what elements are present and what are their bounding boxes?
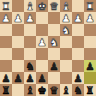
square-d3[interactable] <box>48 24 60 36</box>
square-c2[interactable]: ♟ <box>60 12 72 24</box>
piece-black-pawn[interactable]: ♟ <box>37 72 46 84</box>
square-a8[interactable]: ♜ <box>84 84 96 96</box>
piece-black-rook[interactable]: ♜ <box>85 84 94 96</box>
piece-black-pawn[interactable]: ♟ <box>73 72 82 84</box>
square-c6[interactable] <box>60 60 72 72</box>
square-b8[interactable]: ♞ <box>72 84 84 96</box>
square-c5[interactable] <box>60 48 72 60</box>
square-e5[interactable] <box>36 48 48 60</box>
square-a4[interactable] <box>84 36 96 48</box>
square-a3[interactable] <box>84 24 96 36</box>
square-c7[interactable] <box>60 72 72 84</box>
square-f5[interactable] <box>24 48 36 60</box>
piece-black-queen[interactable]: ♛ <box>49 84 58 96</box>
square-g8[interactable] <box>12 84 24 96</box>
square-f3[interactable] <box>24 24 36 36</box>
square-c1[interactable]: ♝ <box>60 0 72 12</box>
piece-black-knight[interactable]: ♞ <box>25 60 34 72</box>
square-b3[interactable] <box>72 24 84 36</box>
square-f7[interactable]: ♟ <box>24 72 36 84</box>
piece-black-rook[interactable]: ♜ <box>1 84 10 96</box>
piece-white-rook[interactable]: ♜ <box>85 0 94 12</box>
square-g1[interactable] <box>12 0 24 12</box>
square-b5[interactable] <box>72 48 84 60</box>
square-c4[interactable] <box>60 36 72 48</box>
square-h1[interactable]: ♜ <box>0 0 12 12</box>
square-b1[interactable] <box>72 0 84 12</box>
piece-white-knight[interactable]: ♞ <box>61 24 70 36</box>
piece-white-queen[interactable]: ♛ <box>49 0 58 12</box>
piece-white-bishop[interactable]: ♝ <box>61 0 70 12</box>
square-e2[interactable] <box>36 12 48 24</box>
square-e8[interactable]: ♚ <box>36 84 48 96</box>
square-h2[interactable]: ♟ <box>0 12 12 24</box>
square-c3[interactable]: ♞ <box>60 24 72 36</box>
square-a7[interactable] <box>84 72 96 84</box>
square-f8[interactable]: ♝ <box>24 84 36 96</box>
piece-white-rook[interactable]: ♜ <box>1 0 10 12</box>
square-g2[interactable]: ♟ <box>12 12 24 24</box>
square-g6[interactable] <box>12 60 24 72</box>
square-b4[interactable] <box>72 36 84 48</box>
square-d4[interactable]: ♞ <box>48 36 60 48</box>
square-e6[interactable] <box>36 60 48 72</box>
square-d2[interactable] <box>48 12 60 24</box>
square-d8[interactable]: ♛ <box>48 84 60 96</box>
square-e1[interactable]: ♚ <box>36 0 48 12</box>
piece-black-bishop[interactable]: ♝ <box>61 84 70 96</box>
square-g3[interactable] <box>12 24 24 36</box>
square-b6[interactable] <box>72 60 84 72</box>
square-d6[interactable]: ♟ <box>48 60 60 72</box>
square-h5[interactable] <box>0 48 12 60</box>
piece-black-pawn[interactable]: ♟ <box>49 60 58 72</box>
square-d7[interactable] <box>48 72 60 84</box>
piece-black-pawn[interactable]: ♟ <box>25 72 34 84</box>
square-f4[interactable] <box>24 36 36 48</box>
square-h4[interactable] <box>0 36 12 48</box>
square-d1[interactable]: ♛ <box>48 0 60 12</box>
piece-white-pawn[interactable]: ♟ <box>61 12 70 24</box>
piece-white-pawn[interactable]: ♟ <box>37 36 46 48</box>
piece-black-pawn[interactable]: ♟ <box>1 72 10 84</box>
square-h8[interactable]: ♜ <box>0 84 12 96</box>
square-a1[interactable]: ♜ <box>84 0 96 12</box>
square-d5[interactable] <box>48 48 60 60</box>
square-f6[interactable]: ♞ <box>24 60 36 72</box>
piece-black-bishop[interactable]: ♝ <box>25 84 34 96</box>
piece-black-king[interactable]: ♚ <box>37 84 46 96</box>
piece-black-knight[interactable]: ♞ <box>73 84 82 96</box>
piece-white-pawn[interactable]: ♟ <box>25 12 34 24</box>
piece-white-king[interactable]: ♚ <box>37 0 46 12</box>
square-e3[interactable] <box>36 24 48 36</box>
piece-black-pawn[interactable]: ♟ <box>85 60 94 72</box>
chess-board: ♜♝♚♛♝♜♟♟♟♟♟♟♞♟♞♞♟♟♟♟♟♟♟♜♝♚♛♝♞♜ <box>0 0 96 96</box>
square-f1[interactable]: ♝ <box>24 0 36 12</box>
piece-white-pawn[interactable]: ♟ <box>85 12 94 24</box>
square-b7[interactable]: ♟ <box>72 72 84 84</box>
piece-white-knight[interactable]: ♞ <box>49 36 58 48</box>
piece-white-pawn[interactable]: ♟ <box>1 12 10 24</box>
square-f2[interactable]: ♟ <box>24 12 36 24</box>
square-c8[interactable]: ♝ <box>60 84 72 96</box>
square-h6[interactable] <box>0 60 12 72</box>
square-h7[interactable]: ♟ <box>0 72 12 84</box>
square-g4[interactable] <box>12 36 24 48</box>
square-a2[interactable]: ♟ <box>84 12 96 24</box>
square-g5[interactable] <box>12 48 24 60</box>
piece-black-pawn[interactable]: ♟ <box>13 72 22 84</box>
square-g7[interactable]: ♟ <box>12 72 24 84</box>
square-a5[interactable] <box>84 48 96 60</box>
piece-white-bishop[interactable]: ♝ <box>25 0 34 12</box>
square-h3[interactable] <box>0 24 12 36</box>
piece-white-pawn[interactable]: ♟ <box>73 12 82 24</box>
square-a6[interactable]: ♟ <box>84 60 96 72</box>
square-e4[interactable]: ♟ <box>36 36 48 48</box>
piece-white-pawn[interactable]: ♟ <box>13 12 22 24</box>
square-e7[interactable]: ♟ <box>36 72 48 84</box>
square-b2[interactable]: ♟ <box>72 12 84 24</box>
